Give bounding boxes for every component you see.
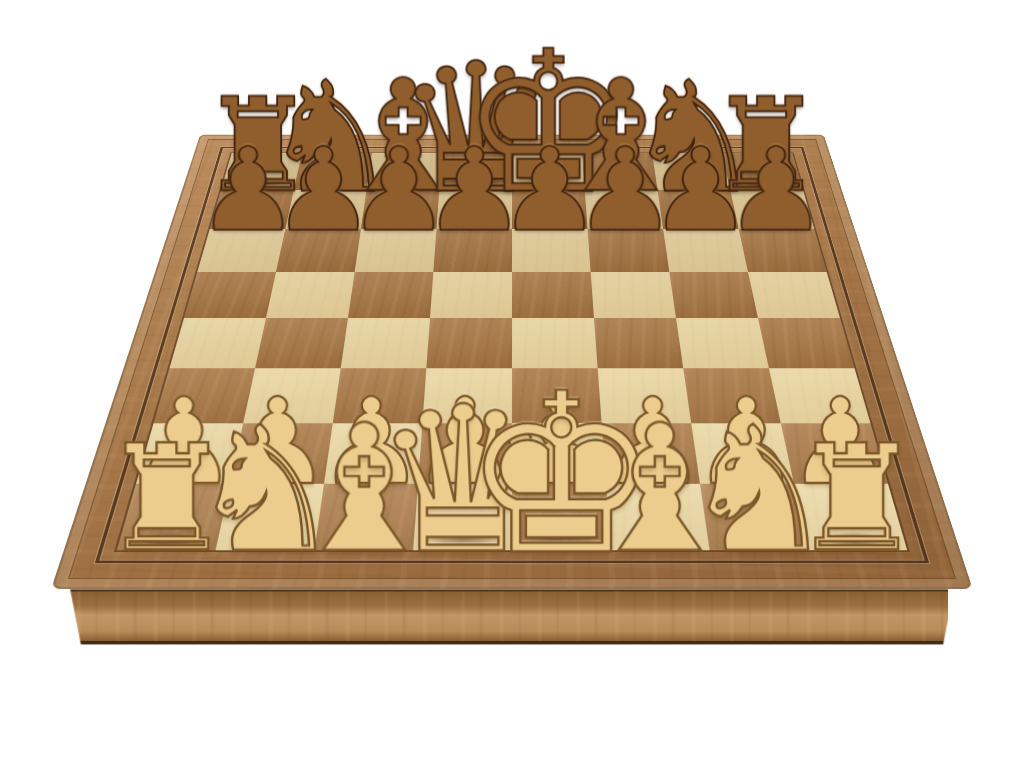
board-front-edge	[57, 589, 966, 645]
square-e6	[512, 229, 591, 272]
square-b6	[276, 229, 361, 272]
square-b5	[266, 272, 355, 318]
square-e5	[512, 272, 594, 318]
square-c5	[348, 272, 433, 318]
square-g4	[676, 318, 769, 368]
square-a6	[197, 229, 285, 272]
square-f8	[582, 153, 657, 190]
chess-photo-scene: ♜♞♝♛♚♝♞♜♟♟♟♟♟♟♟♟♟♟♟♟♟♟♟♟♜♞♝♛♚♝♞♜	[0, 0, 1024, 768]
square-c8	[367, 153, 442, 190]
square-b8	[294, 153, 372, 190]
square-a8	[221, 153, 302, 190]
square-d6	[433, 229, 512, 272]
piece-white-rook-h1: ♜	[794, 484, 907, 551]
square-d7	[436, 190, 512, 229]
square-c4	[341, 318, 430, 368]
square-c6	[355, 229, 437, 272]
square-h7	[730, 190, 814, 229]
square-g8	[652, 153, 730, 190]
square-d5	[430, 272, 512, 318]
square-d8	[439, 153, 512, 190]
white-rook-glyph: ♜	[791, 425, 922, 572]
square-g6	[663, 229, 748, 272]
square-a5	[184, 272, 276, 318]
chess-board: ♜♞♝♛♚♝♞♜♟♟♟♟♟♟♟♟♟♟♟♟♟♟♟♟♜♞♝♛♚♝♞♜	[51, 135, 973, 589]
square-a4	[169, 318, 266, 368]
square-f5	[591, 272, 676, 318]
square-b4	[255, 318, 348, 368]
square-b7	[285, 190, 366, 229]
square-h8	[722, 153, 803, 190]
square-c7	[361, 190, 439, 229]
square-g5	[669, 272, 758, 318]
square-h6	[739, 229, 827, 272]
square-g7	[657, 190, 738, 229]
square-e7	[512, 190, 588, 229]
square-f6	[588, 229, 670, 272]
square-e8	[512, 153, 585, 190]
square-h4	[758, 318, 855, 368]
square-f7	[585, 190, 663, 229]
square-h5	[748, 272, 840, 318]
square-a7	[210, 190, 294, 229]
